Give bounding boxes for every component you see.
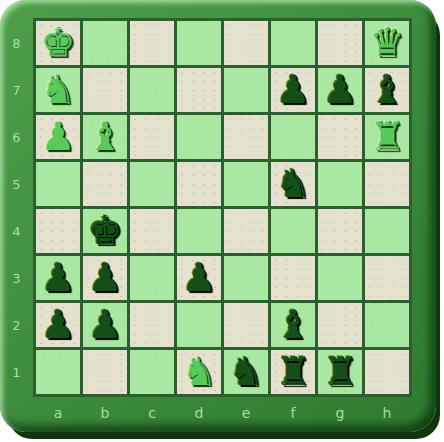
square-a1[interactable] — [36, 350, 80, 394]
square-a7[interactable]: ♞ — [36, 68, 80, 112]
square-c1[interactable] — [130, 350, 174, 394]
piece-light-queen[interactable]: ♛ — [365, 21, 409, 65]
square-g4[interactable] — [318, 209, 362, 253]
square-g1[interactable]: ♜ — [318, 350, 362, 394]
square-b4[interactable]: ♚ — [83, 209, 127, 253]
square-g3[interactable] — [318, 256, 362, 300]
file-label-f: f — [271, 402, 315, 424]
piece-light-knight[interactable]: ♞ — [36, 68, 80, 112]
file-label-c: c — [130, 402, 174, 424]
piece-light-rook[interactable]: ♜ — [365, 115, 409, 159]
square-b2[interactable]: ♟ — [83, 303, 127, 347]
square-e7[interactable] — [224, 68, 268, 112]
square-d4[interactable] — [177, 209, 221, 253]
square-f2[interactable]: ♝ — [271, 303, 315, 347]
piece-dark-pawn[interactable]: ♟ — [271, 68, 315, 112]
square-g6[interactable] — [318, 115, 362, 159]
square-h7[interactable]: ♝ — [365, 68, 409, 112]
rank-label-4: 4 — [0, 209, 33, 253]
file-label-a: a — [36, 402, 80, 424]
square-g7[interactable]: ♟ — [318, 68, 362, 112]
square-e4[interactable] — [224, 209, 268, 253]
file-label-h: h — [365, 402, 409, 424]
square-e2[interactable] — [224, 303, 268, 347]
piece-light-bishop[interactable]: ♝ — [83, 115, 127, 159]
square-b3[interactable]: ♟ — [83, 256, 127, 300]
square-g2[interactable] — [318, 303, 362, 347]
file-label-b: b — [83, 402, 127, 424]
file-label-g: g — [318, 402, 362, 424]
square-f8[interactable] — [271, 21, 315, 65]
piece-dark-rook[interactable]: ♜ — [318, 350, 362, 394]
square-c3[interactable] — [130, 256, 174, 300]
square-c5[interactable] — [130, 162, 174, 206]
square-d2[interactable] — [177, 303, 221, 347]
square-b6[interactable]: ♝ — [83, 115, 127, 159]
piece-dark-knight[interactable]: ♞ — [271, 162, 315, 206]
piece-dark-knight[interactable]: ♞ — [224, 350, 268, 394]
piece-dark-bishop[interactable]: ♝ — [365, 68, 409, 112]
square-d6[interactable] — [177, 115, 221, 159]
piece-dark-pawn[interactable]: ♟ — [36, 303, 80, 347]
square-d7[interactable] — [177, 68, 221, 112]
rank-label-3: 3 — [0, 256, 33, 300]
rank-label-1: 1 — [0, 350, 33, 394]
square-g5[interactable] — [318, 162, 362, 206]
square-f4[interactable] — [271, 209, 315, 253]
square-c8[interactable] — [130, 21, 174, 65]
rank-label-6: 6 — [0, 115, 33, 159]
piece-dark-pawn[interactable]: ♟ — [177, 256, 221, 300]
square-f7[interactable]: ♟ — [271, 68, 315, 112]
piece-light-king[interactable]: ♚ — [36, 21, 80, 65]
piece-dark-pawn[interactable]: ♟ — [83, 256, 127, 300]
square-e5[interactable] — [224, 162, 268, 206]
square-e3[interactable] — [224, 256, 268, 300]
square-a8[interactable]: ♚ — [36, 21, 80, 65]
square-d3[interactable]: ♟ — [177, 256, 221, 300]
square-d5[interactable] — [177, 162, 221, 206]
piece-dark-pawn[interactable]: ♟ — [36, 256, 80, 300]
square-h4[interactable] — [365, 209, 409, 253]
file-labels: abcdefgh — [36, 402, 409, 424]
board: ♚♛♞♟♟♝♟♝♜♞♚♟♟♟♟♟♝♞♞♜♜ — [33, 18, 412, 397]
square-a4[interactable] — [36, 209, 80, 253]
piece-light-pawn[interactable]: ♟ — [36, 115, 80, 159]
rank-label-5: 5 — [0, 162, 33, 206]
square-b1[interactable] — [83, 350, 127, 394]
piece-dark-king[interactable]: ♚ — [83, 209, 127, 253]
square-h8[interactable]: ♛ — [365, 21, 409, 65]
piece-dark-rook[interactable]: ♜ — [271, 350, 315, 394]
square-b5[interactable] — [83, 162, 127, 206]
square-a5[interactable] — [36, 162, 80, 206]
square-f3[interactable] — [271, 256, 315, 300]
square-d8[interactable] — [177, 21, 221, 65]
square-a6[interactable]: ♟ — [36, 115, 80, 159]
rank-label-2: 2 — [0, 303, 33, 347]
piece-dark-pawn[interactable]: ♟ — [318, 68, 362, 112]
rank-labels: 87654321 — [0, 21, 33, 394]
square-h6[interactable]: ♜ — [365, 115, 409, 159]
square-f1[interactable]: ♜ — [271, 350, 315, 394]
square-g8[interactable] — [318, 21, 362, 65]
rank-label-8: 8 — [0, 21, 33, 65]
file-label-e: e — [224, 402, 268, 424]
square-e1[interactable]: ♞ — [224, 350, 268, 394]
square-h2[interactable] — [365, 303, 409, 347]
square-d1[interactable]: ♞ — [177, 350, 221, 394]
chessboard-app: 87654321 ♚♛♞♟♟♝♟♝♜♞♚♟♟♟♟♟♝♞♞♜♜ abcdefgh — [0, 0, 444, 442]
piece-dark-pawn[interactable]: ♟ — [83, 303, 127, 347]
square-c4[interactable] — [130, 209, 174, 253]
square-c2[interactable] — [130, 303, 174, 347]
square-e8[interactable] — [224, 21, 268, 65]
square-h5[interactable] — [365, 162, 409, 206]
square-b8[interactable] — [83, 21, 127, 65]
square-e6[interactable] — [224, 115, 268, 159]
file-label-d: d — [177, 402, 221, 424]
square-h1[interactable] — [365, 350, 409, 394]
square-h3[interactable] — [365, 256, 409, 300]
square-c7[interactable] — [130, 68, 174, 112]
piece-light-knight[interactable]: ♞ — [177, 350, 221, 394]
rank-label-7: 7 — [0, 68, 33, 112]
square-b7[interactable] — [83, 68, 127, 112]
square-c6[interactable] — [130, 115, 174, 159]
square-f5[interactable]: ♞ — [271, 162, 315, 206]
piece-dark-bishop[interactable]: ♝ — [271, 303, 315, 347]
square-f6[interactable] — [271, 115, 315, 159]
square-a3[interactable]: ♟ — [36, 256, 80, 300]
square-a2[interactable]: ♟ — [36, 303, 80, 347]
